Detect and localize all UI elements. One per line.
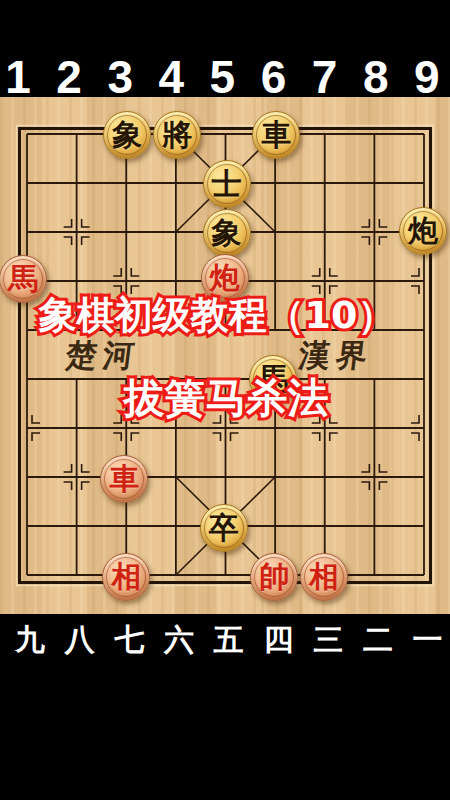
- file-number-bottom-8: 二: [363, 620, 393, 661]
- file-number-top-8: 8: [363, 50, 389, 104]
- video-frame: 楚河 漢界 象將車士象炮馬炮馬車卒相帥相 象棋初级教程（10） 象棋初级教程（1…: [0, 0, 450, 800]
- file-number-bottom-3: 七: [114, 620, 144, 661]
- piece-glyph: 象: [112, 120, 142, 150]
- piece-glyph: 卒: [209, 513, 239, 543]
- file-number-top-1: 1: [5, 50, 31, 104]
- bottom-coordinate-bar: 九八七六五四三二一: [0, 614, 450, 800]
- video-subtitle-text: 拔簧马杀法: [124, 374, 329, 422]
- video-title-overlay: 象棋初级教程（10） 象棋初级教程（10）: [39, 290, 396, 341]
- piece-glyph: 車: [109, 464, 139, 494]
- piece-black-chariot[interactable]: 車: [252, 111, 300, 159]
- piece-glyph: 車: [261, 120, 291, 150]
- piece-glyph: 炮: [210, 263, 240, 293]
- file-number-top-9: 9: [414, 50, 440, 104]
- piece-glyph: 相: [111, 562, 141, 592]
- piece-black-cannon[interactable]: 炮: [399, 207, 447, 255]
- piece-glyph: 將: [162, 120, 192, 150]
- video-subtitle-overlay: 拔簧马杀法 拔簧马杀法: [124, 371, 329, 426]
- piece-red-elephant[interactable]: 相: [102, 553, 150, 601]
- piece-glyph: 象: [212, 218, 242, 248]
- piece-black-elephant[interactable]: 象: [103, 111, 151, 159]
- piece-glyph: 士: [212, 169, 242, 199]
- file-number-top-2: 2: [56, 50, 82, 104]
- piece-glyph: 帥: [259, 562, 289, 592]
- file-number-top-7: 7: [312, 50, 338, 104]
- file-number-top-3: 3: [107, 50, 133, 104]
- piece-glyph: 相: [309, 562, 339, 592]
- file-number-bottom-6: 四: [264, 620, 294, 661]
- file-number-top-4: 4: [159, 50, 185, 104]
- piece-glyph: 馬: [8, 264, 38, 294]
- file-number-bottom-2: 八: [65, 620, 95, 661]
- video-title-text: 象棋初级教程（10）: [39, 293, 396, 337]
- piece-red-chariot[interactable]: 車: [100, 455, 148, 503]
- piece-black-elephant[interactable]: 象: [203, 209, 251, 257]
- file-number-bottom-1: 九: [15, 620, 45, 661]
- file-number-top-6: 6: [261, 50, 287, 104]
- file-number-bottom-7: 三: [313, 620, 343, 661]
- piece-black-advisor[interactable]: 士: [203, 160, 251, 208]
- file-number-bottom-5: 五: [214, 620, 244, 661]
- piece-glyph: 炮: [408, 216, 438, 246]
- piece-black-soldier[interactable]: 卒: [200, 504, 248, 552]
- file-number-bottom-9: 一: [413, 620, 443, 661]
- file-number-bottom-4: 六: [164, 620, 194, 661]
- piece-red-general[interactable]: 帥: [250, 553, 298, 601]
- piece-black-general[interactable]: 將: [153, 111, 201, 159]
- top-coordinate-bar: 123456789: [0, 0, 450, 97]
- file-number-top-5: 5: [210, 50, 236, 104]
- piece-red-elephant[interactable]: 相: [300, 553, 348, 601]
